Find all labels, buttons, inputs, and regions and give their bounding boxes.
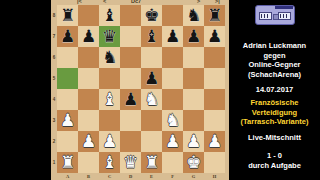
result-block: 1 - 0 durch Aufgabe [229,151,320,170]
square-b5 [78,68,99,89]
square-e4: ♞ [141,89,162,110]
file-label-f: F [162,173,183,180]
square-d5 [120,68,141,89]
square-h5 [204,68,225,89]
square-h6 [204,47,225,68]
chess-clock-icon [255,5,295,25]
black-rook-a8: ♜ [57,5,78,26]
square-c2: ♟ [99,131,120,152]
black-knight-g8: ♞ [183,5,204,26]
square-e2 [141,131,162,152]
board-row: 87654321 ♜♝♚♞♜♟♟♛♝♟♟♟♞♟♝♟♞♟♞♟♟♟♟♟♜♝♛♜♚ [51,5,229,173]
square-h2: ♟ [204,131,225,152]
square-h3 [204,110,225,131]
square-c4: ♝ [99,89,120,110]
opponent-name: Online-Gegner [229,60,320,70]
square-h1 [204,152,225,173]
square-c1: ♝ [99,152,120,173]
square-b3 [78,110,99,131]
white-pawn-h2: ♟ [204,131,225,152]
square-a6 [57,47,78,68]
square-d7 [120,26,141,47]
opening-block: Französische Verteidigung (Tarrasch-Vari… [229,98,320,127]
black-knight-c6: ♞ [99,47,120,68]
square-c5 [99,68,120,89]
square-d1: ♛ [120,152,141,173]
clock-right-display [278,12,291,20]
square-g8: ♞ [183,5,204,26]
white-pawn-g2: ♟ [183,131,204,152]
square-a8: ♜ [57,5,78,26]
white-pawn-f2: ♟ [162,131,183,152]
white-bishop-c1: ♝ [99,152,120,173]
square-f3: ♞ [162,110,183,131]
file-label-b: B [78,173,99,180]
square-g1: ♚ [183,152,204,173]
black-queen-c7: ♛ [99,26,120,47]
white-pawn-b2: ♟ [78,131,99,152]
square-b6 [78,47,99,68]
square-h7: ♟ [204,26,225,47]
square-d6 [120,47,141,68]
white-queen-d1: ♛ [120,152,141,173]
clock-top-bar [275,6,293,9]
square-g7: ♟ [183,26,204,47]
square-f6 [162,47,183,68]
square-a2 [57,131,78,152]
black-rook-h8: ♜ [204,5,225,26]
square-b7: ♟ [78,26,99,47]
square-c7: ♛ [99,26,120,47]
square-b8 [78,5,99,26]
opening-line: Verteidigung [229,108,320,118]
square-f1 [162,152,183,173]
square-h4 [204,89,225,110]
black-pawn-h7: ♟ [204,26,225,47]
file-label-c: C [99,173,120,180]
square-a5 [57,68,78,89]
square-e7: ♝ [141,26,162,47]
live-label: Live-Mitschnitt [229,133,320,143]
square-e1: ♜ [141,152,162,173]
square-f2: ♟ [162,131,183,152]
black-pawn-d4: ♟ [120,89,141,110]
black-bishop-c8: ♝ [99,5,120,26]
black-pawn-e5: ♟ [141,68,162,89]
chess-board-frame: |< < Dc7 > >| 87654321 ♜♝♚♞♜♟♟♛♝♟♟♟♞♟♝♟♞… [51,0,229,180]
square-c3 [99,110,120,131]
square-b1 [78,152,99,173]
opening-line: Französische [229,98,320,108]
info-panel: Adrian Luckmann gegen Online-Gegner (Sch… [229,0,320,180]
square-g3 [183,110,204,131]
square-g6 [183,47,204,68]
white-knight-f3: ♞ [162,110,183,131]
white-pawn-c2: ♟ [99,131,120,152]
file-labels: ABCDEFGH [51,173,229,180]
white-bishop-c4: ♝ [99,89,120,110]
square-e5: ♟ [141,68,162,89]
square-f5 [162,68,183,89]
white-rook-e1: ♜ [141,152,162,173]
square-f4 [162,89,183,110]
square-g2: ♟ [183,131,204,152]
square-d3 [120,110,141,131]
black-pawn-a7: ♟ [57,26,78,47]
file-label-e: E [141,173,162,180]
square-d8 [120,5,141,26]
black-pawn-b7: ♟ [78,26,99,47]
versus-label: gegen [229,51,320,61]
white-king-g1: ♚ [183,152,204,173]
black-king-e8: ♚ [141,5,162,26]
square-b4 [78,89,99,110]
platform-name: (SchachArena) [229,70,320,80]
white-knight-e4: ♞ [141,89,162,110]
square-e3 [141,110,162,131]
file-label-h: H [204,173,225,180]
players-block: Adrian Luckmann gegen Online-Gegner (Sch… [229,41,320,79]
square-c8: ♝ [99,5,120,26]
square-a7: ♟ [57,26,78,47]
square-a1: ♜ [57,152,78,173]
square-f8 [162,5,183,26]
square-b2: ♟ [78,131,99,152]
square-c6: ♞ [99,47,120,68]
square-g4 [183,89,204,110]
square-e6 [141,47,162,68]
clock-left-display [259,12,272,20]
result-detail: durch Aufgabe [229,161,320,171]
file-label-g: G [183,173,204,180]
game-date: 14.07.2017 [229,85,320,95]
file-label-a: A [57,173,78,180]
square-h8: ♜ [204,5,225,26]
white-pawn-a3: ♟ [57,110,78,131]
black-pawn-g7: ♟ [183,26,204,47]
player-name: Adrian Luckmann [229,41,320,51]
square-e8: ♚ [141,5,162,26]
square-d4: ♟ [120,89,141,110]
board-grid: ♜♝♚♞♜♟♟♛♝♟♟♟♞♟♝♟♞♟♞♟♟♟♟♟♜♝♛♜♚ [57,5,225,173]
square-a3: ♟ [57,110,78,131]
white-rook-a1: ♜ [57,152,78,173]
square-a4 [57,89,78,110]
video-frame: |< < Dc7 > >| 87654321 ♜♝♚♞♜♟♟♛♝♟♟♟♞♟♝♟♞… [0,0,320,180]
result-score: 1 - 0 [229,151,320,161]
file-label-d: D [120,173,141,180]
black-pawn-f7: ♟ [162,26,183,47]
opening-variant: (Tarrasch-Variante) [229,117,320,127]
square-f7: ♟ [162,26,183,47]
square-d2 [120,131,141,152]
black-bishop-e7: ♝ [141,26,162,47]
square-g5 [183,68,204,89]
